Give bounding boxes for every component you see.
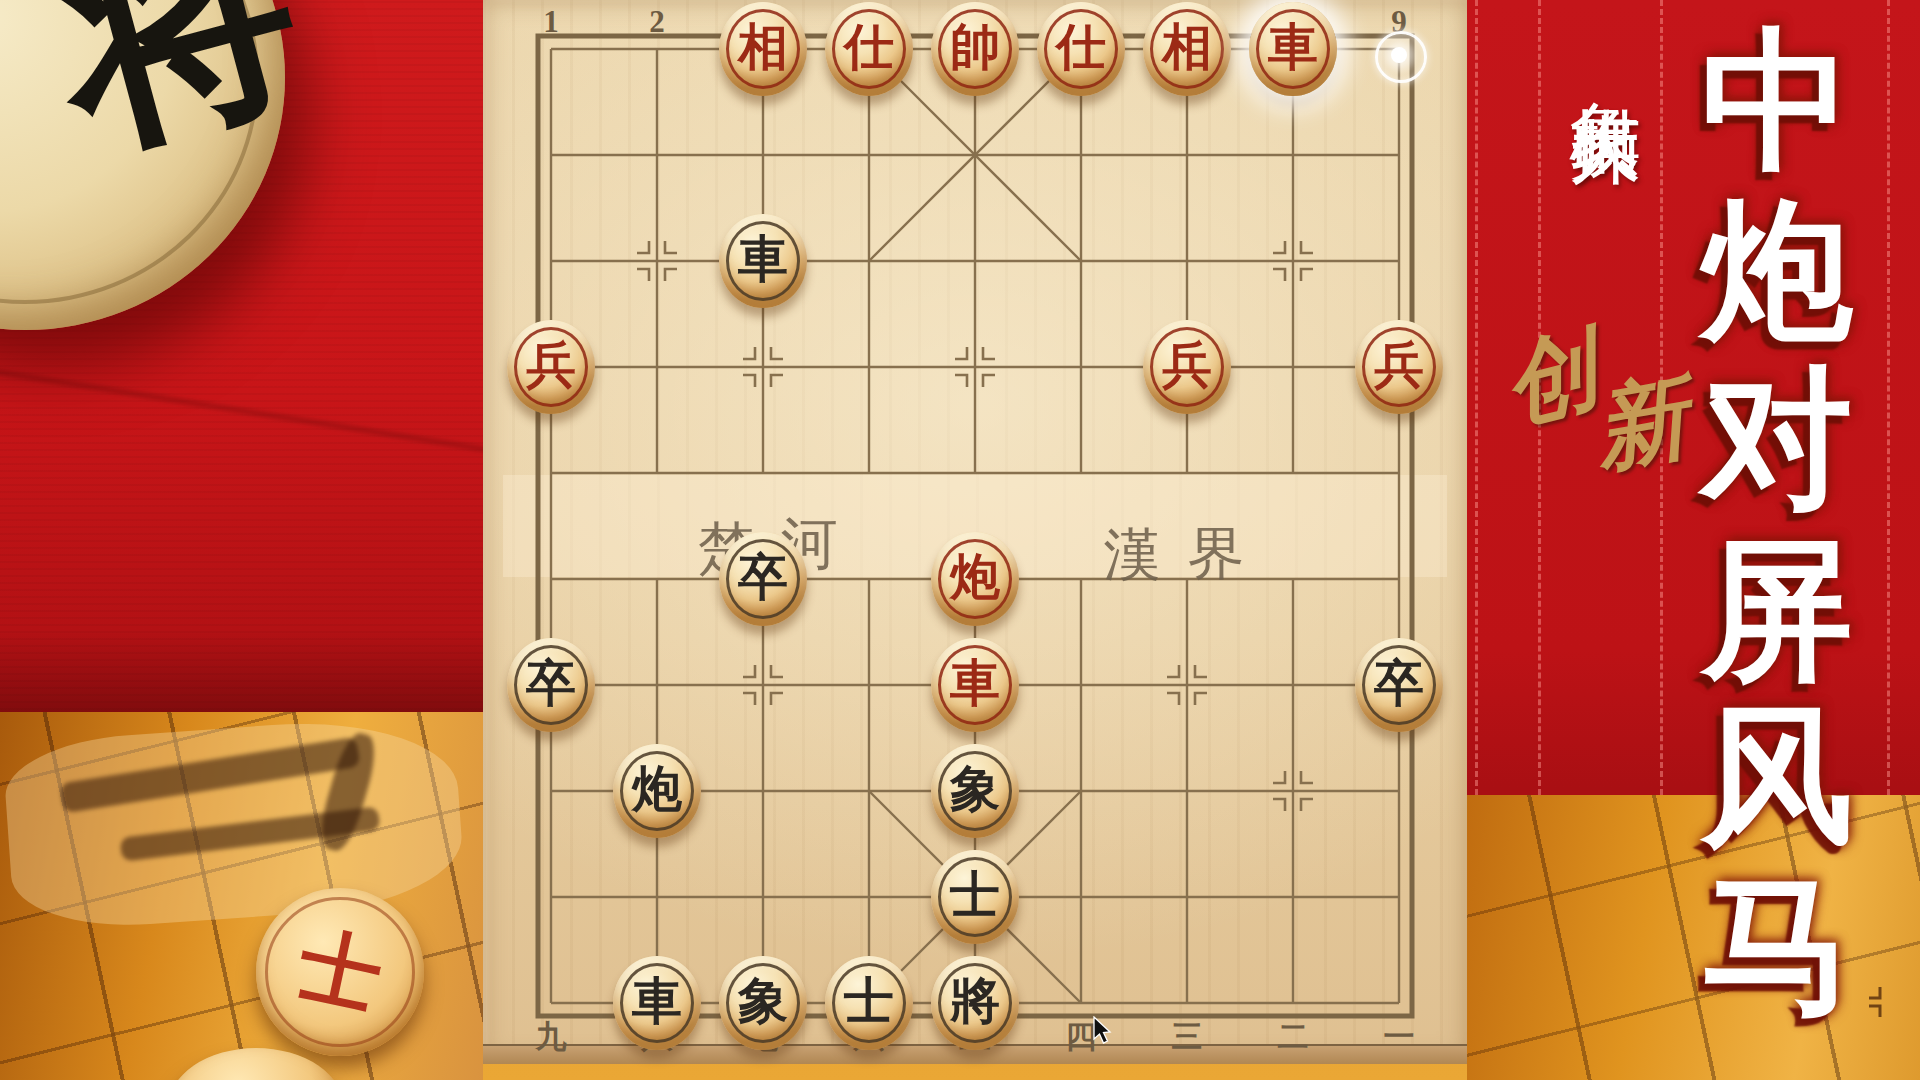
piece-black-將[interactable]: 將 <box>931 956 1019 1050</box>
piece-character: 車 <box>1268 22 1318 72</box>
piece-red-炮[interactable]: 炮 <box>931 532 1019 626</box>
piece-character: 兵 <box>1374 340 1424 390</box>
piece-black-車[interactable]: 車 <box>719 214 807 308</box>
file-label-bottom: 九 <box>531 1016 571 1058</box>
piece-black-炮[interactable]: 炮 <box>613 744 701 838</box>
piece-black-象[interactable]: 象 <box>719 956 807 1050</box>
piece-red-兵[interactable]: 兵 <box>1143 320 1231 414</box>
piece-character: 象 <box>950 764 1000 814</box>
title-char: 炮 <box>1693 186 1861 354</box>
piece-black-卒[interactable]: 卒 <box>1355 638 1443 732</box>
right-title-panel: 象棋大师 创 新 中炮对屏风马 <box>1467 0 1920 1080</box>
piece-character: 帥 <box>950 22 1000 72</box>
stitch-line <box>1475 0 1478 795</box>
piece-character: 仕 <box>844 22 894 72</box>
piece-character: 士 <box>950 870 1000 920</box>
piece-black-車[interactable]: 車 <box>613 956 701 1050</box>
stamp-char-xin: 新 <box>1585 355 1697 493</box>
piece-character: 相 <box>1162 22 1212 72</box>
piece-black-士[interactable]: 士 <box>825 956 913 1050</box>
river-char: 漢 <box>1104 517 1163 594</box>
piece-character: 兵 <box>526 340 576 390</box>
left-decor-panel: 将 士 <box>0 0 483 1080</box>
piece-black-卒[interactable]: 卒 <box>507 638 595 732</box>
title-char: 马 <box>1693 861 1861 1029</box>
piece-character: 士 <box>844 976 894 1026</box>
piece-character: 將 <box>950 976 1000 1026</box>
piece-character: 卒 <box>1374 658 1424 708</box>
file-label-top: 2 <box>637 4 677 40</box>
piece-red-兵[interactable]: 兵 <box>507 320 595 414</box>
piece-black-士[interactable]: 士 <box>931 850 1019 944</box>
piece-character: 卒 <box>738 552 788 602</box>
piece-red-仕[interactable]: 仕 <box>825 2 913 96</box>
stitch-line <box>1887 0 1890 795</box>
piece-character: 相 <box>738 22 788 72</box>
piece-character: 象 <box>738 976 788 1026</box>
piece-red-車[interactable]: 車 <box>1249 2 1337 96</box>
title-char: 中 <box>1693 16 1861 184</box>
title-char: 对 <box>1693 354 1861 522</box>
river-char: 界 <box>1188 516 1247 593</box>
selection-glow-dot <box>1391 47 1407 63</box>
photo-advisor-piece: 士 <box>256 888 424 1056</box>
app-window: 将 士 123456789 九八七六五四三二一 楚河漢界 相仕帥仕相車兵兵兵炮車… <box>0 0 1920 1080</box>
file-label-top: 1 <box>531 4 571 40</box>
piece-character: 炮 <box>632 764 682 814</box>
piece-red-相[interactable]: 相 <box>1143 2 1231 96</box>
piece-black-卒[interactable]: 卒 <box>719 532 807 626</box>
file-label-bottom: 三 <box>1167 1016 1207 1058</box>
piece-red-兵[interactable]: 兵 <box>1355 320 1443 414</box>
piece-red-仕[interactable]: 仕 <box>1037 2 1125 96</box>
file-label-bottom: 二 <box>1273 1016 1313 1058</box>
piece-red-帥[interactable]: 帥 <box>931 2 1019 96</box>
piece-character: 兵 <box>1162 340 1212 390</box>
file-label-bottom: 一 <box>1379 1016 1419 1058</box>
title-char: 屏 <box>1693 526 1861 694</box>
piece-character: 車 <box>632 976 682 1026</box>
piece-character: 炮 <box>950 552 1000 602</box>
piece-red-車[interactable]: 車 <box>931 638 1019 732</box>
piece-red-相[interactable]: 相 <box>719 2 807 96</box>
piece-character: 卒 <box>526 658 576 708</box>
photo-point-marker <box>1867 985 1901 1019</box>
mouse-cursor-icon <box>1093 1016 1115 1046</box>
piece-character: 仕 <box>1056 22 1106 72</box>
left-gold-photo: 士 <box>0 712 483 1080</box>
piece-character: 車 <box>738 234 788 284</box>
piece-black-象[interactable]: 象 <box>931 744 1019 838</box>
piece-character: 車 <box>950 658 1000 708</box>
title-char: 风 <box>1693 692 1861 860</box>
xiangqi-board[interactable]: 123456789 九八七六五四三二一 楚河漢界 相仕帥仕相車兵兵兵炮車車卒卒卒… <box>483 0 1467 1062</box>
